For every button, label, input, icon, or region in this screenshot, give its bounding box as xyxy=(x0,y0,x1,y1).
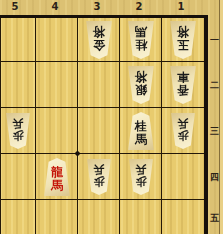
board-cell[interactable] xyxy=(0,62,36,108)
board-cell[interactable] xyxy=(0,200,36,234)
board-cell[interactable] xyxy=(78,62,120,108)
board-cell[interactable] xyxy=(162,154,204,200)
board-cell[interactable] xyxy=(0,154,36,200)
board-cell[interactable] xyxy=(36,18,78,62)
file-label-3: 3 xyxy=(88,0,106,14)
file-label-5: 5 xyxy=(6,0,24,14)
board-cell[interactable] xyxy=(36,200,78,234)
right-edge-strip xyxy=(220,0,223,234)
board-cell[interactable] xyxy=(0,18,36,62)
board-cell[interactable] xyxy=(36,62,78,108)
file-label-4: 4 xyxy=(46,0,64,14)
board-cell[interactable] xyxy=(78,200,120,234)
file-label-1: 1 xyxy=(172,0,190,14)
file-label-2: 2 xyxy=(130,0,148,14)
board-cell[interactable] xyxy=(120,200,162,234)
board-cell[interactable] xyxy=(36,108,78,154)
board-cell[interactable] xyxy=(78,108,120,154)
shogi-app: 5 4 3 2 1 一 二 三 四 五 xyxy=(0,0,223,234)
board-cell[interactable] xyxy=(162,200,204,234)
